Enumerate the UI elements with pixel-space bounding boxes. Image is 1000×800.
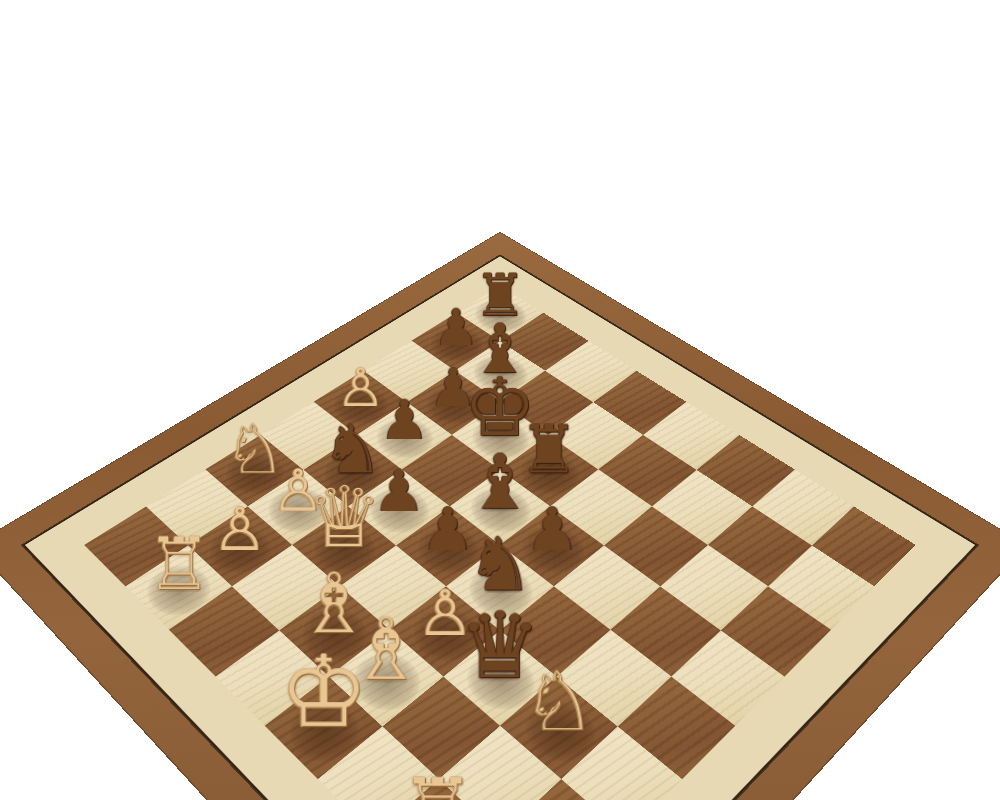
piece-glyph: ♖ bbox=[399, 768, 475, 800]
piece-glyph: ♞ bbox=[467, 526, 533, 600]
square-e1[interactable]: ♔ bbox=[265, 676, 383, 778]
board-grid: ♜♟♝♟♚♜♙♟♝♟♞♟♟♞♘♙♕♙♛♘♙♗♗♖♔♖ bbox=[84, 286, 916, 800]
board-margin-pinstripe: ♜♟♝♟♚♜♙♟♝♟♞♟♟♞♘♙♕♙♛♘♙♗♗♖♔♖ bbox=[22, 255, 978, 800]
chess-board: ♜♟♝♟♚♜♙♟♝♟♞♟♟♞♘♙♕♙♛♘♙♗♗♖♔♖ bbox=[0, 232, 1000, 800]
chess-scene: ♜♟♝♟♚♜♙♟♝♟♞♟♟♞♘♙♕♙♛♘♙♗♗♖♔♖ bbox=[0, 0, 1000, 800]
piece-glyph: ♕ bbox=[306, 475, 381, 559]
piece-glyph: ♖ bbox=[147, 528, 212, 600]
board-frame: ♜♟♝♟♚♜♙♟♝♟♞♟♟♞♘♙♕♙♛♘♙♗♗♖♔♖ bbox=[0, 232, 1000, 800]
